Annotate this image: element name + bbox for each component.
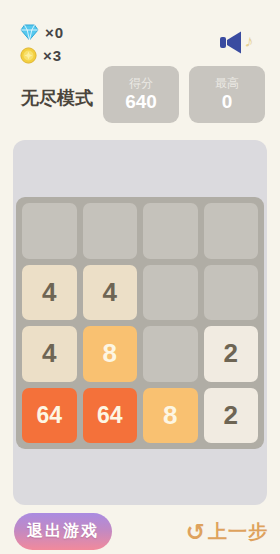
tile-8: 8 bbox=[143, 388, 198, 444]
mode-label: 无尽模式 bbox=[21, 86, 93, 110]
currency-panel: ×0 ×3 bbox=[20, 22, 64, 68]
coin-count: ×3 bbox=[43, 47, 62, 64]
score-box: 得分 640 bbox=[103, 66, 179, 123]
undo-arrow-icon: ↺ bbox=[186, 521, 206, 544]
diamond-counter: ×0 bbox=[20, 22, 64, 42]
cell-empty bbox=[143, 265, 198, 321]
board-grid[interactable]: 44482646482 bbox=[16, 197, 264, 449]
diamond-icon bbox=[20, 24, 39, 41]
exit-game-button[interactable]: 退出游戏 bbox=[14, 513, 112, 550]
tile-4: 4 bbox=[22, 265, 77, 321]
coin-counter: ×3 bbox=[20, 45, 64, 65]
cell-empty bbox=[143, 326, 198, 382]
best-value: 0 bbox=[222, 92, 233, 113]
diamond-count: ×0 bbox=[45, 24, 64, 41]
tile-64: 64 bbox=[22, 388, 77, 444]
cell-empty bbox=[83, 203, 138, 259]
tile-2: 2 bbox=[204, 326, 259, 382]
best-label: 最高 bbox=[215, 76, 239, 90]
cell-empty bbox=[143, 203, 198, 259]
tile-4: 4 bbox=[83, 265, 138, 321]
best-box: 最高 0 bbox=[189, 66, 265, 123]
sound-toggle-button[interactable]: ♪ bbox=[218, 28, 264, 56]
cell-empty bbox=[22, 203, 77, 259]
tile-2: 2 bbox=[204, 388, 259, 444]
cell-empty bbox=[204, 265, 259, 321]
tile-8: 8 bbox=[83, 326, 138, 382]
undo-button[interactable]: ↺ 上一步 bbox=[186, 516, 268, 548]
tile-64: 64 bbox=[83, 388, 138, 444]
tile-4: 4 bbox=[22, 326, 77, 382]
speaker-icon bbox=[218, 29, 244, 55]
board-panel: 44482646482 bbox=[13, 140, 267, 505]
score-value: 640 bbox=[125, 92, 157, 113]
music-note-icon: ♪ bbox=[244, 32, 255, 53]
coin-icon bbox=[20, 47, 37, 64]
score-label: 得分 bbox=[129, 76, 153, 90]
undo-label: 上一步 bbox=[208, 519, 268, 545]
cell-empty bbox=[204, 203, 259, 259]
game-screen: ×0 ×3 ♪ 无尽模式 得分 640 最高 0 44482646482 退出游… bbox=[0, 0, 280, 554]
